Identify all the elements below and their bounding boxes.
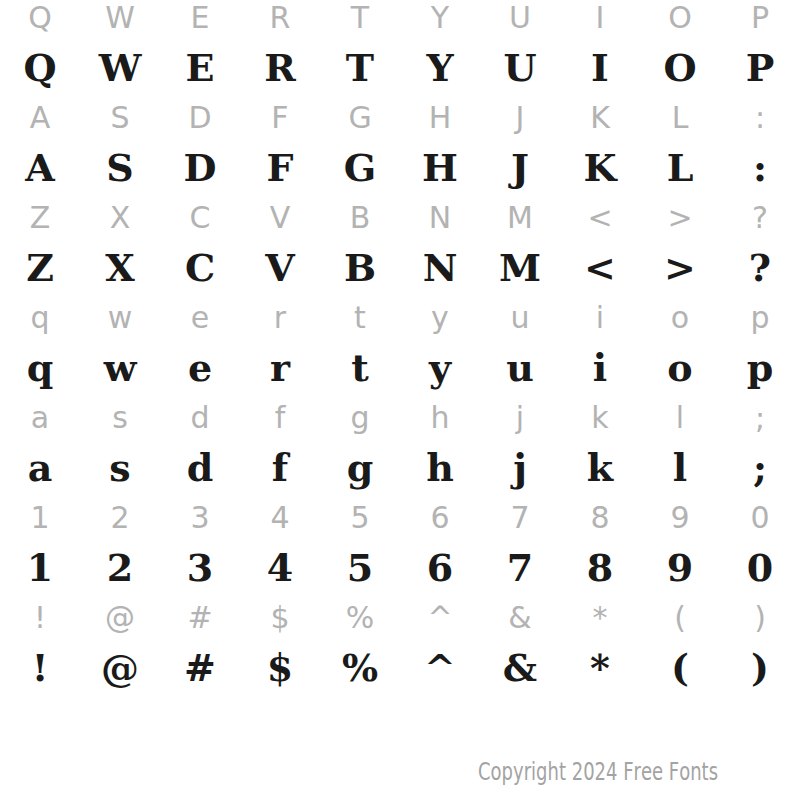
char-cell: B xyxy=(320,193,400,243)
char-cell: ^ xyxy=(400,643,480,693)
char-cell: $ xyxy=(240,643,320,693)
char-cell: Z xyxy=(0,243,80,293)
char-cell: 5 xyxy=(320,543,400,593)
char-cell: u xyxy=(480,293,560,343)
char-cell: e xyxy=(160,293,240,343)
char-cell: j xyxy=(480,393,560,443)
char-cell: R xyxy=(240,43,320,93)
char-cell: & xyxy=(480,643,560,693)
char-cell: 6 xyxy=(400,493,480,543)
char-cell: 0 xyxy=(720,493,800,543)
char-cell: ) xyxy=(720,643,800,693)
char-cell: a xyxy=(0,393,80,443)
char-cell: < xyxy=(560,243,640,293)
copyright-text: Copyright 2024 Free Fonts xyxy=(478,757,718,786)
char-cell: Y xyxy=(400,43,480,93)
char-cell: ! xyxy=(0,593,80,643)
char-cell: q xyxy=(0,343,80,393)
char-cell: O xyxy=(640,43,720,93)
char-cell: U xyxy=(480,43,560,93)
char-cell: C xyxy=(160,243,240,293)
char-cell: K xyxy=(560,93,640,143)
char-cell: y xyxy=(400,343,480,393)
char-cell: s xyxy=(80,393,160,443)
char-cell: F xyxy=(240,93,320,143)
char-cell: w xyxy=(80,293,160,343)
char-cell: G xyxy=(320,143,400,193)
char-cell: 6 xyxy=(400,543,480,593)
char-cell: D xyxy=(160,143,240,193)
char-cell: M xyxy=(480,243,560,293)
char-cell: G xyxy=(320,93,400,143)
char-cell: S xyxy=(80,143,160,193)
char-cell: @ xyxy=(80,643,160,693)
char-cell: P xyxy=(720,43,800,93)
char-row-6-specimen-bold: ZXCVBNM<>? xyxy=(0,243,800,293)
char-cell: d xyxy=(160,393,240,443)
char-cell: X xyxy=(80,243,160,293)
char-cell: C xyxy=(160,193,240,243)
char-cell: y xyxy=(400,293,480,343)
char-cell: : xyxy=(720,143,800,193)
char-cell: p xyxy=(720,293,800,343)
char-cell: Q xyxy=(0,0,80,43)
char-cell: 9 xyxy=(640,543,720,593)
char-cell: 8 xyxy=(560,493,640,543)
char-row-11-reference-gray: 1234567890 xyxy=(0,493,800,543)
char-cell: E xyxy=(160,0,240,43)
char-cell: l xyxy=(640,393,720,443)
char-cell: # xyxy=(160,593,240,643)
char-cell: F xyxy=(240,143,320,193)
char-cell: h xyxy=(400,443,480,493)
char-cell: o xyxy=(640,343,720,393)
char-cell: H xyxy=(400,93,480,143)
char-cell: u xyxy=(480,343,560,393)
char-cell: S xyxy=(80,93,160,143)
char-cell: e xyxy=(160,343,240,393)
char-row-8-specimen-bold: qwertyuiop xyxy=(0,343,800,393)
char-cell: A xyxy=(0,93,80,143)
char-cell: 1 xyxy=(0,543,80,593)
character-grid: QWERTYUIOPQWERTYUIOPASDFGHJKL:ASDFGHJKL:… xyxy=(0,0,800,693)
char-cell: 2 xyxy=(80,543,160,593)
char-cell: < xyxy=(560,193,640,243)
char-cell: o xyxy=(640,293,720,343)
char-cell: 3 xyxy=(160,543,240,593)
char-cell: I xyxy=(560,43,640,93)
char-cell: ^ xyxy=(400,593,480,643)
char-cell: ! xyxy=(0,643,80,693)
char-cell: k xyxy=(560,393,640,443)
char-cell: w xyxy=(80,343,160,393)
char-cell: H xyxy=(400,143,480,193)
char-cell: 2 xyxy=(80,493,160,543)
char-cell: ( xyxy=(640,593,720,643)
char-cell: 5 xyxy=(320,493,400,543)
char-row-10-specimen-bold: asdfghjkl; xyxy=(0,443,800,493)
char-cell: p xyxy=(720,343,800,393)
char-cell: Y xyxy=(400,0,480,43)
char-cell: % xyxy=(320,593,400,643)
char-cell: 0 xyxy=(720,543,800,593)
char-cell: P xyxy=(720,0,800,43)
char-cell: E xyxy=(160,43,240,93)
char-cell: J xyxy=(480,143,560,193)
char-cell: f xyxy=(240,443,320,493)
char-cell: X xyxy=(80,193,160,243)
char-cell: D xyxy=(160,93,240,143)
char-cell: B xyxy=(320,243,400,293)
char-cell: W xyxy=(80,0,160,43)
char-row-3-reference-gray: ASDFGHJKL: xyxy=(0,93,800,143)
char-cell: i xyxy=(560,293,640,343)
char-cell: 7 xyxy=(480,493,560,543)
char-cell: 9 xyxy=(640,493,720,543)
char-cell: > xyxy=(640,243,720,293)
char-row-7-reference-gray: qwertyuiop xyxy=(0,293,800,343)
char-cell: 3 xyxy=(160,493,240,543)
char-cell: r xyxy=(240,293,320,343)
char-cell: L xyxy=(640,143,720,193)
char-cell: ; xyxy=(720,393,800,443)
char-cell: d xyxy=(160,443,240,493)
char-row-2-specimen-bold: QWERTYUIOP xyxy=(0,43,800,93)
char-cell: l xyxy=(640,443,720,493)
char-cell: q xyxy=(0,293,80,343)
char-cell: ? xyxy=(720,243,800,293)
char-row-9-reference-gray: asdfghjkl; xyxy=(0,393,800,443)
font-specimen-page: QWERTYUIOPQWERTYUIOPASDFGHJKL:ASDFGHJKL:… xyxy=(0,0,800,800)
char-cell: N xyxy=(400,243,480,293)
char-cell: h xyxy=(400,393,480,443)
char-cell: W xyxy=(80,43,160,93)
char-cell: ? xyxy=(720,193,800,243)
char-cell: 1 xyxy=(0,493,80,543)
char-cell: M xyxy=(480,193,560,243)
char-cell: i xyxy=(560,343,640,393)
char-cell: N xyxy=(400,193,480,243)
char-cell: V xyxy=(240,193,320,243)
char-cell: % xyxy=(320,643,400,693)
char-cell: I xyxy=(560,0,640,43)
char-cell: * xyxy=(560,593,640,643)
char-row-13-reference-gray: !@#$%^&*() xyxy=(0,593,800,643)
char-cell: $ xyxy=(240,593,320,643)
char-cell: Z xyxy=(0,193,80,243)
char-row-12-specimen-bold: 1234567890 xyxy=(0,543,800,593)
char-cell: a xyxy=(0,443,80,493)
char-cell: j xyxy=(480,443,560,493)
char-cell: V xyxy=(240,243,320,293)
char-cell: ) xyxy=(720,593,800,643)
char-cell: O xyxy=(640,0,720,43)
char-cell: T xyxy=(320,0,400,43)
char-row-14-specimen-bold: !@#$%^&*() xyxy=(0,643,800,693)
char-cell: * xyxy=(560,643,640,693)
char-row-1-reference-gray: QWERTYUIOP xyxy=(0,0,800,43)
char-cell: g xyxy=(320,443,400,493)
char-cell: J xyxy=(480,93,560,143)
char-cell: A xyxy=(0,143,80,193)
char-cell: R xyxy=(240,0,320,43)
char-cell: 7 xyxy=(480,543,560,593)
char-cell: # xyxy=(160,643,240,693)
char-cell: Q xyxy=(0,43,80,93)
char-cell: 4 xyxy=(240,493,320,543)
char-cell: 8 xyxy=(560,543,640,593)
char-cell: f xyxy=(240,393,320,443)
char-cell: ( xyxy=(640,643,720,693)
char-row-5-reference-gray: ZXCVBNM<>? xyxy=(0,193,800,243)
char-cell: T xyxy=(320,43,400,93)
char-cell: U xyxy=(480,0,560,43)
char-cell: r xyxy=(240,343,320,393)
char-cell: : xyxy=(720,93,800,143)
char-cell: @ xyxy=(80,593,160,643)
char-cell: & xyxy=(480,593,560,643)
char-cell: 4 xyxy=(240,543,320,593)
char-cell: g xyxy=(320,393,400,443)
char-cell: t xyxy=(320,293,400,343)
char-cell: > xyxy=(640,193,720,243)
char-cell: k xyxy=(560,443,640,493)
char-row-4-specimen-bold: ASDFGHJKL: xyxy=(0,143,800,193)
char-cell: s xyxy=(80,443,160,493)
char-cell: L xyxy=(640,93,720,143)
char-cell: ; xyxy=(720,443,800,493)
char-cell: K xyxy=(560,143,640,193)
char-cell: t xyxy=(320,343,400,393)
